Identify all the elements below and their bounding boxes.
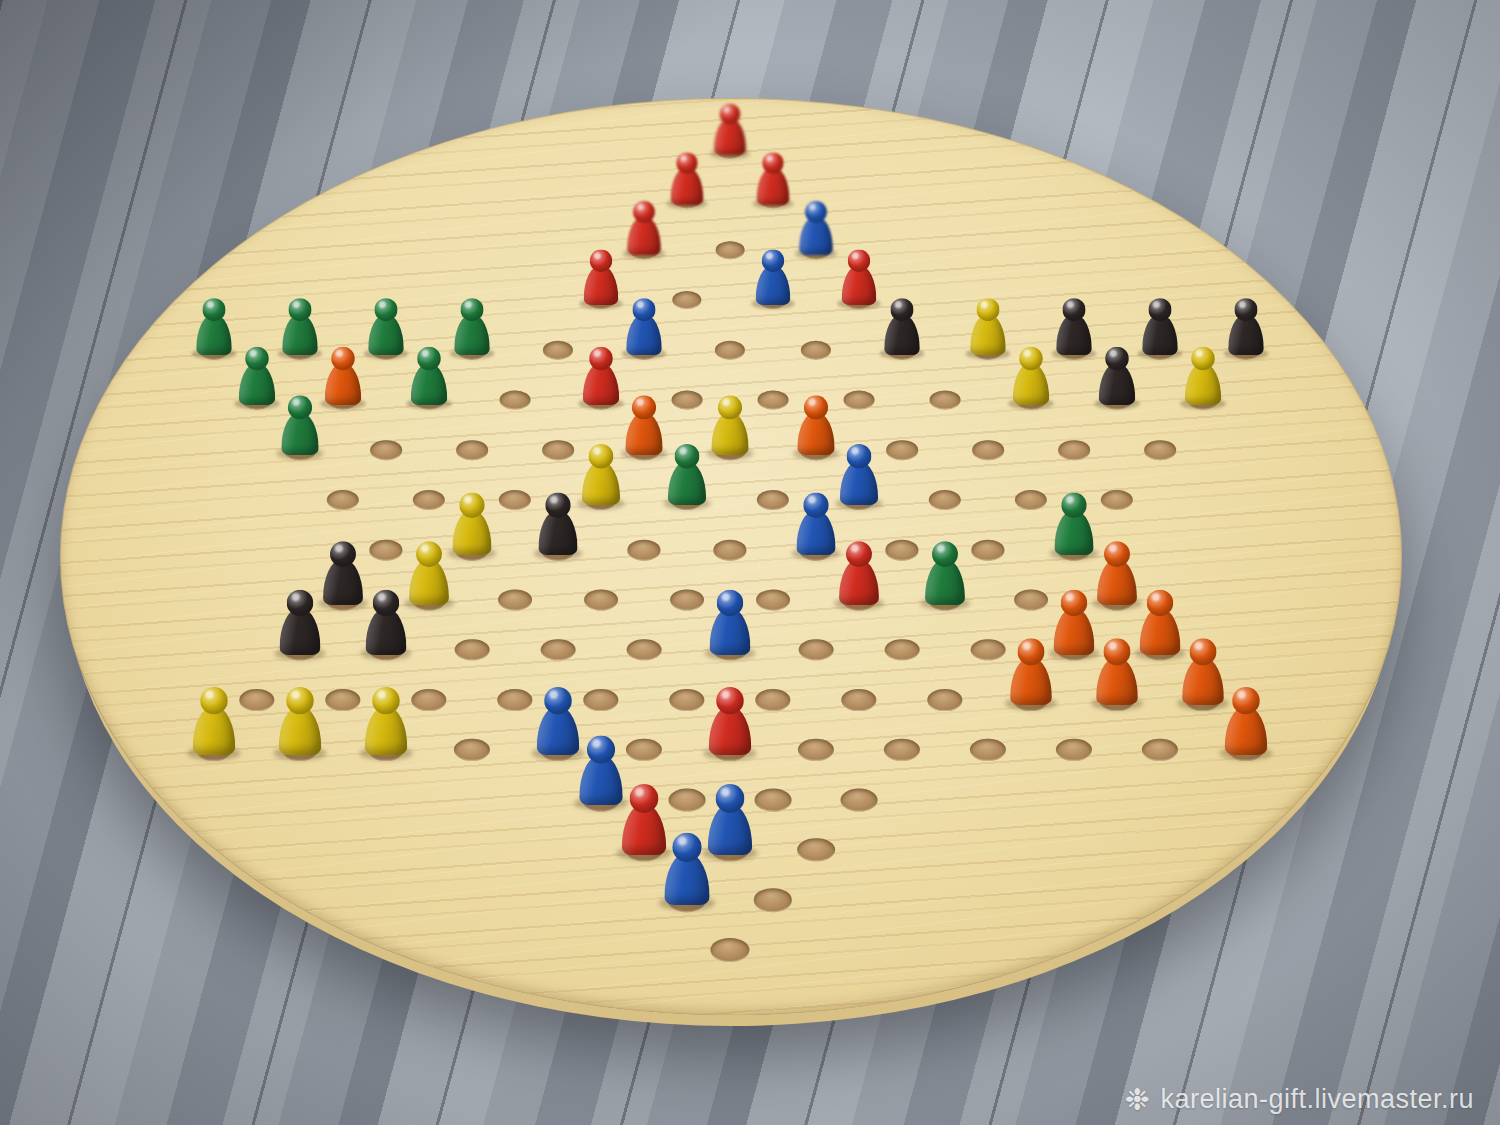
hole-r11c8[interactable]: [927, 689, 962, 711]
peg-green-r7c4[interactable]: [668, 444, 706, 505]
hole-r7c0[interactable]: [327, 490, 359, 510]
peg-red-r9c6[interactable]: [839, 541, 879, 605]
peg-head: [1061, 590, 1088, 617]
hole-r8c6[interactable]: [885, 540, 918, 561]
hole-r11c3[interactable]: [497, 689, 532, 711]
peg-black-r8c2[interactable]: [538, 493, 577, 555]
hole-r10c3[interactable]: [541, 639, 576, 660]
peg-head: [804, 395, 828, 419]
hole-r4c4[interactable]: [543, 341, 573, 360]
peg-red-r2c0[interactable]: [627, 201, 661, 255]
peg-blue-r7c6[interactable]: [840, 444, 878, 505]
peg-red-r3c0[interactable]: [584, 250, 619, 305]
peg-head: [1061, 493, 1086, 518]
peg-green-r5c0[interactable]: [239, 347, 275, 405]
peg-blue-r10c5[interactable]: [710, 590, 751, 655]
peg-head: [1104, 541, 1130, 567]
peg-head: [846, 541, 872, 567]
peg-head: [286, 687, 314, 715]
hole-r8c0[interactable]: [369, 540, 402, 561]
peg-red-r14c0[interactable]: [622, 784, 666, 855]
photo-scene: ❉ karelian-gift.livemaster.ru: [0, 0, 1500, 1125]
hole-r6c1[interactable]: [370, 440, 402, 460]
peg-head: [1105, 347, 1129, 371]
peg-green-r4c1[interactable]: [282, 298, 318, 355]
hole-r10c4[interactable]: [627, 639, 662, 660]
peg-green-r9c7[interactable]: [925, 541, 965, 605]
peg-head: [589, 347, 613, 371]
peg-yellow-r8c1[interactable]: [452, 493, 491, 555]
hole-r2c1[interactable]: [716, 241, 745, 259]
peg-blue-r13c0[interactable]: [579, 735, 622, 805]
hole-r6c2[interactable]: [456, 440, 488, 460]
hole-r4c7[interactable]: [801, 341, 831, 360]
peg-head: [1017, 638, 1044, 665]
peg-head: [847, 444, 872, 469]
peg-orange-r6c4[interactable]: [625, 395, 662, 455]
peg-green-r4c3[interactable]: [454, 298, 490, 355]
peg-black-r4c11[interactable]: [1142, 298, 1178, 355]
hole-r7c5[interactable]: [757, 490, 789, 510]
hole-r9c5[interactable]: [756, 590, 790, 611]
peg-orange-r11c10[interactable]: [1096, 638, 1138, 705]
hole-r11c6[interactable]: [755, 689, 790, 711]
hole-r11c4[interactable]: [583, 689, 618, 711]
hole-r8c4[interactable]: [713, 540, 746, 561]
peg-head: [632, 298, 655, 321]
hole-r6c9[interactable]: [1058, 440, 1090, 460]
peg-head: [890, 298, 913, 321]
peg-black-r10c1[interactable]: [366, 590, 407, 655]
peg-head: [1232, 687, 1260, 715]
hole-r8c3[interactable]: [627, 540, 660, 561]
peg-head: [288, 298, 311, 321]
hole-r5c3[interactable]: [500, 390, 531, 409]
peg-head: [718, 395, 742, 419]
peg-green-r4c0[interactable]: [196, 298, 232, 355]
hole-r4c6[interactable]: [715, 341, 745, 360]
peg-head: [374, 298, 397, 321]
peg-head: [373, 590, 400, 617]
peg-head: [1103, 638, 1130, 665]
peg-head: [372, 687, 400, 715]
peg-head: [459, 493, 484, 518]
hole-r5c6[interactable]: [758, 390, 789, 409]
peg-green-r5c2[interactable]: [411, 347, 447, 405]
peg-head: [460, 298, 483, 321]
hole-r12c9[interactable]: [970, 739, 1006, 761]
peg-orange-r10c10[interactable]: [1140, 590, 1181, 655]
peg-head: [716, 687, 744, 715]
peg-blue-r8c5[interactable]: [796, 493, 835, 555]
peg-head: [932, 541, 958, 567]
hole-r6c10[interactable]: [1144, 440, 1176, 460]
peg-head: [331, 347, 355, 371]
peg-head: [633, 201, 655, 223]
hole-r10c7[interactable]: [885, 639, 920, 660]
peg-blue-r3c2[interactable]: [756, 250, 791, 305]
peg-head: [762, 152, 783, 173]
peg-head: [416, 541, 442, 567]
peg-orange-r11c11[interactable]: [1182, 638, 1224, 705]
peg-head: [1189, 638, 1216, 665]
peg-yellow-r4c9[interactable]: [970, 298, 1006, 355]
hole-r12c8[interactable]: [884, 739, 920, 761]
peg-head: [675, 444, 700, 469]
peg-head: [1019, 347, 1043, 371]
peg-head: [676, 152, 697, 173]
peg-head: [587, 735, 615, 763]
peg-black-r5c10[interactable]: [1099, 347, 1135, 405]
hole-r5c5[interactable]: [672, 390, 703, 409]
hole-r11c0[interactable]: [239, 689, 274, 711]
peg-head: [672, 833, 701, 862]
hole-r10c2[interactable]: [455, 639, 490, 660]
peg-orange-r11c9[interactable]: [1010, 638, 1052, 705]
peg-head: [720, 104, 741, 125]
hole-r12c5[interactable]: [626, 739, 662, 761]
hole-r8c7[interactable]: [971, 540, 1004, 561]
hole-r7c1[interactable]: [413, 490, 445, 510]
peg-red-r0c0[interactable]: [714, 104, 746, 155]
peg-black-r10c0[interactable]: [280, 590, 321, 655]
peg-head: [717, 590, 744, 617]
hole-r6c3[interactable]: [542, 440, 574, 460]
peg-yellow-r12c1[interactable]: [279, 687, 322, 755]
peg-blue-r2c2[interactable]: [799, 201, 833, 255]
peg-head: [762, 250, 785, 273]
peg-yellow-r12c2[interactable]: [365, 687, 408, 755]
peg-head: [590, 250, 613, 273]
peg-head: [545, 493, 570, 518]
hole-r11c7[interactable]: [841, 689, 876, 711]
peg-blue-r15c0[interactable]: [664, 833, 709, 905]
peg-black-r9c0[interactable]: [323, 541, 363, 605]
peg-head: [1191, 347, 1215, 371]
peg-head: [632, 395, 656, 419]
hole-r5c8[interactable]: [930, 390, 961, 409]
hole-r14c2[interactable]: [797, 838, 835, 861]
hole-r11c1[interactable]: [325, 689, 360, 711]
peg-orange-r9c9[interactable]: [1097, 541, 1137, 605]
hole-r12c3[interactable]: [454, 739, 490, 761]
hole-r6c8[interactable]: [972, 440, 1004, 460]
peg-orange-r12c12[interactable]: [1225, 687, 1268, 755]
watermark-text: karelian-gift.livemaster.ru: [1160, 1084, 1474, 1115]
peg-head: [330, 541, 356, 567]
peg-yellow-r12c0[interactable]: [193, 687, 236, 755]
hole-r9c4[interactable]: [670, 590, 704, 611]
peg-blue-r4c5[interactable]: [626, 298, 662, 355]
hole-r9c2[interactable]: [498, 590, 532, 611]
hole-r9c8[interactable]: [1014, 590, 1048, 611]
peg-orange-r6c6[interactable]: [797, 395, 834, 455]
hole-r13c2[interactable]: [755, 789, 792, 812]
peg-head: [200, 687, 228, 715]
peg-head: [202, 298, 225, 321]
peg-head: [1148, 298, 1171, 321]
peg-black-r4c8[interactable]: [884, 298, 920, 355]
hole-r11c5[interactable]: [669, 689, 704, 711]
peg-yellow-r7c3[interactable]: [582, 444, 620, 505]
hole-r7c2[interactable]: [499, 490, 531, 510]
hole-r11c2[interactable]: [411, 689, 446, 711]
peg-orange-r10c9[interactable]: [1054, 590, 1095, 655]
livemaster-snowflake-icon: ❉: [1125, 1082, 1151, 1117]
peg-head: [1147, 590, 1174, 617]
hole-r12c7[interactable]: [798, 739, 834, 761]
peg-head: [630, 784, 659, 813]
hole-r13c1[interactable]: [669, 789, 706, 812]
peg-yellow-r9c1[interactable]: [409, 541, 449, 605]
peg-yellow-r5c11[interactable]: [1185, 347, 1221, 405]
peg-head: [544, 687, 572, 715]
peg-head: [589, 444, 614, 469]
peg-green-r8c8[interactable]: [1054, 493, 1093, 555]
hole-r12c11[interactable]: [1142, 739, 1178, 761]
hole-r6c7[interactable]: [886, 440, 918, 460]
peg-yellow-r6c5[interactable]: [711, 395, 748, 455]
hole-r10c6[interactable]: [799, 639, 834, 660]
peg-head: [1062, 298, 1085, 321]
peg-head: [1234, 298, 1257, 321]
peg-head: [803, 493, 828, 518]
peg-blue-r14c1[interactable]: [708, 784, 752, 855]
peg-head: [848, 250, 871, 273]
peg-yellow-r5c9[interactable]: [1013, 347, 1049, 405]
hole-r7c9[interactable]: [1101, 490, 1133, 510]
peg-red-r5c4[interactable]: [583, 347, 619, 405]
peg-head: [245, 347, 269, 371]
peg-head: [716, 784, 745, 813]
peg-red-r3c3[interactable]: [842, 250, 877, 305]
peg-layer: [0, 0, 1500, 1125]
peg-head: [287, 590, 314, 617]
peg-head: [805, 201, 827, 223]
watermark: ❉ karelian-gift.livemaster.ru: [1125, 1082, 1474, 1117]
peg-orange-r5c1[interactable]: [325, 347, 361, 405]
peg-blue-r12c4[interactable]: [537, 687, 580, 755]
hole-r7c7[interactable]: [929, 490, 961, 510]
hole-r10c8[interactable]: [971, 639, 1006, 660]
hole-r9c3[interactable]: [584, 590, 618, 611]
hole-r7c8[interactable]: [1015, 490, 1047, 510]
peg-red-r1c1[interactable]: [757, 152, 790, 205]
peg-head: [417, 347, 441, 371]
hole-r16c0[interactable]: [710, 938, 749, 962]
hole-r15c1[interactable]: [754, 888, 792, 912]
peg-head: [288, 395, 312, 419]
peg-red-r12c6[interactable]: [709, 687, 752, 755]
peg-head: [976, 298, 999, 321]
hole-r13c3[interactable]: [841, 789, 878, 812]
hole-r5c7[interactable]: [844, 390, 875, 409]
hole-r12c10[interactable]: [1056, 739, 1092, 761]
peg-red-r1c0[interactable]: [671, 152, 704, 205]
peg-green-r6c0[interactable]: [281, 395, 318, 455]
peg-green-r4c2[interactable]: [368, 298, 404, 355]
peg-black-r4c10[interactable]: [1056, 298, 1092, 355]
hole-r3c1[interactable]: [672, 291, 701, 309]
peg-black-r4c12[interactable]: [1228, 298, 1264, 355]
